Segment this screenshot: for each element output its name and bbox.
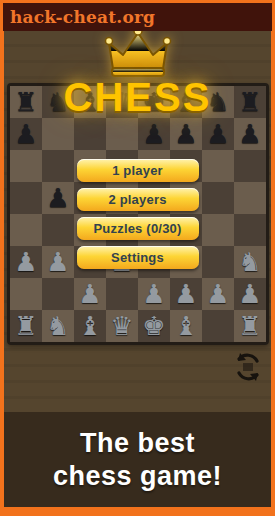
watermark-banner: hack-cheat.org xyxy=(3,3,272,31)
white-p-piece: ♟ xyxy=(142,281,165,307)
square-d1[interactable]: ♛ xyxy=(106,310,138,342)
square-g4[interactable] xyxy=(202,214,234,246)
square-g2[interactable]: ♟ xyxy=(202,278,234,310)
square-f7[interactable]: ♟ xyxy=(170,118,202,150)
one-player-button[interactable]: 1 player xyxy=(77,159,199,182)
footer-line-2: chess game! xyxy=(53,461,222,492)
square-b5[interactable]: ♟ xyxy=(42,182,74,214)
square-h1[interactable]: ♜ xyxy=(234,310,266,342)
white-p-piece: ♟ xyxy=(238,281,261,307)
square-h2[interactable]: ♟ xyxy=(234,278,266,310)
white-p-piece: ♟ xyxy=(174,281,197,307)
square-a3[interactable]: ♟ xyxy=(10,246,42,278)
white-p-piece: ♟ xyxy=(78,281,101,307)
square-h5[interactable] xyxy=(234,182,266,214)
black-p-piece: ♟ xyxy=(238,121,261,147)
black-p-piece: ♟ xyxy=(14,121,37,147)
square-h4[interactable] xyxy=(234,214,266,246)
square-e1[interactable]: ♚ xyxy=(138,310,170,342)
white-q-piece: ♛ xyxy=(110,313,133,339)
white-p-piece: ♟ xyxy=(46,249,69,275)
white-p-piece: ♟ xyxy=(206,281,229,307)
black-p-piece: ♟ xyxy=(142,121,165,147)
puzzles-button[interactable]: Puzzles (0/30) xyxy=(77,217,199,240)
square-c2[interactable]: ♟ xyxy=(74,278,106,310)
two-players-button[interactable]: 2 players xyxy=(77,188,199,211)
square-a6[interactable] xyxy=(10,150,42,182)
square-g5[interactable] xyxy=(202,182,234,214)
square-f2[interactable]: ♟ xyxy=(170,278,202,310)
square-a7[interactable]: ♟ xyxy=(10,118,42,150)
square-h6[interactable] xyxy=(234,150,266,182)
square-g1[interactable] xyxy=(202,310,234,342)
square-c1[interactable]: ♝ xyxy=(74,310,106,342)
black-p-piece: ♟ xyxy=(174,121,197,147)
square-b2[interactable] xyxy=(42,278,74,310)
square-h3[interactable]: ♞ xyxy=(234,246,266,278)
footer-line-1: The best xyxy=(80,428,195,459)
white-r-piece: ♜ xyxy=(238,313,261,339)
square-e2[interactable]: ♟ xyxy=(138,278,170,310)
square-g3[interactable] xyxy=(202,246,234,278)
square-b7[interactable] xyxy=(42,118,74,150)
black-p-piece: ♟ xyxy=(206,121,229,147)
square-b1[interactable]: ♞ xyxy=(42,310,74,342)
square-b4[interactable] xyxy=(42,214,74,246)
white-p-piece: ♟ xyxy=(14,249,37,275)
square-g6[interactable] xyxy=(202,150,234,182)
white-n-piece: ♞ xyxy=(238,249,261,275)
white-k-piece: ♚ xyxy=(142,313,165,339)
square-h7[interactable]: ♟ xyxy=(234,118,266,150)
white-b-piece: ♝ xyxy=(174,313,197,339)
white-r-piece: ♜ xyxy=(14,313,37,339)
main-menu: 1 player 2 players Puzzles (0/30) Settin… xyxy=(77,159,199,269)
square-a1[interactable]: ♜ xyxy=(10,310,42,342)
app-title: CHESS xyxy=(4,75,271,120)
square-a2[interactable] xyxy=(10,278,42,310)
square-c7[interactable] xyxy=(74,118,106,150)
square-g7[interactable]: ♟ xyxy=(202,118,234,150)
footer-banner: The best chess game! xyxy=(4,412,271,507)
square-a4[interactable] xyxy=(10,214,42,246)
rotate-board-icon[interactable] xyxy=(233,351,263,383)
square-b3[interactable]: ♟ xyxy=(42,246,74,278)
white-n-piece: ♞ xyxy=(46,313,69,339)
square-d7[interactable] xyxy=(106,118,138,150)
square-d2[interactable] xyxy=(106,278,138,310)
black-p-piece: ♟ xyxy=(46,185,69,211)
app-background: ♜♞♝♛♚♝♞♜♟♟♟♟♟♟♟♟♟♞♟♟♟♟♟♜♞♝♛♚♝♜ CHESS 1 p… xyxy=(4,31,271,507)
square-e7[interactable]: ♟ xyxy=(138,118,170,150)
screenshot-frame: hack-cheat.org ♜♞♝♛♚♝♞♜♟♟♟♟♟♟♟♟♟♞♟♟♟♟♟♜♞… xyxy=(0,0,275,516)
white-b-piece: ♝ xyxy=(78,313,101,339)
square-a5[interactable] xyxy=(10,182,42,214)
square-f1[interactable]: ♝ xyxy=(170,310,202,342)
crown-icon xyxy=(101,31,175,81)
watermark-text: hack-cheat.org xyxy=(3,7,155,27)
square-b6[interactable] xyxy=(42,150,74,182)
settings-button[interactable]: Settings xyxy=(77,246,199,269)
